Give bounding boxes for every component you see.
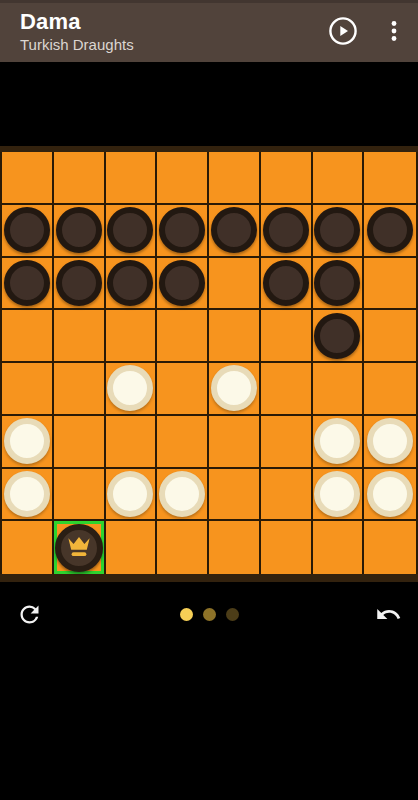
square-d8[interactable] xyxy=(157,152,209,205)
square-b8[interactable] xyxy=(54,152,106,205)
square-f2[interactable] xyxy=(261,469,313,522)
square-g7[interactable] xyxy=(313,205,365,258)
black-man[interactable] xyxy=(107,207,153,253)
square-c1[interactable] xyxy=(106,521,158,574)
square-h1[interactable] xyxy=(364,521,416,574)
play-circle-icon xyxy=(328,16,358,46)
undo-icon xyxy=(375,601,402,628)
square-c4[interactable] xyxy=(106,363,158,416)
square-d2[interactable] xyxy=(157,469,209,522)
square-g4[interactable] xyxy=(313,363,365,416)
black-man[interactable] xyxy=(211,207,257,253)
black-man[interactable] xyxy=(56,260,102,306)
white-man[interactable] xyxy=(367,418,413,464)
app-bar-titles: Dama Turkish Draughts xyxy=(20,9,134,54)
square-b3[interactable] xyxy=(54,416,106,469)
square-a6[interactable] xyxy=(2,258,54,311)
black-man[interactable] xyxy=(4,260,50,306)
black-man[interactable] xyxy=(314,260,360,306)
black-man[interactable] xyxy=(314,313,360,359)
square-e4[interactable] xyxy=(209,363,261,416)
square-d6[interactable] xyxy=(157,258,209,311)
crown-icon xyxy=(66,536,92,560)
square-e8[interactable] xyxy=(209,152,261,205)
square-c7[interactable] xyxy=(106,205,158,258)
black-man[interactable] xyxy=(367,207,413,253)
black-man[interactable] xyxy=(107,260,153,306)
black-man[interactable] xyxy=(159,260,205,306)
square-g2[interactable] xyxy=(313,469,365,522)
square-a5[interactable] xyxy=(2,310,54,363)
square-b2[interactable] xyxy=(54,469,106,522)
square-b4[interactable] xyxy=(54,363,106,416)
black-king[interactable] xyxy=(55,524,103,572)
white-man[interactable] xyxy=(4,418,50,464)
move-pager xyxy=(180,608,239,621)
redo-button[interactable] xyxy=(16,601,43,628)
square-e7[interactable] xyxy=(209,205,261,258)
square-c6[interactable] xyxy=(106,258,158,311)
square-b1[interactable] xyxy=(54,521,106,574)
white-man[interactable] xyxy=(159,471,205,517)
board xyxy=(0,152,418,574)
square-h5[interactable] xyxy=(364,310,416,363)
app-subtitle: Turkish Draughts xyxy=(20,36,134,53)
square-f6[interactable] xyxy=(261,258,313,311)
square-a3[interactable] xyxy=(2,416,54,469)
square-d4[interactable] xyxy=(157,363,209,416)
pager-dot-mid xyxy=(203,608,216,621)
white-man[interactable] xyxy=(211,365,257,411)
play-button[interactable] xyxy=(328,16,358,46)
overflow-menu-icon xyxy=(382,18,406,44)
square-h6[interactable] xyxy=(364,258,416,311)
redo-refresh-icon xyxy=(16,601,43,628)
square-f4[interactable] xyxy=(261,363,313,416)
white-man[interactable] xyxy=(314,418,360,464)
square-d1[interactable] xyxy=(157,521,209,574)
black-man[interactable] xyxy=(4,207,50,253)
square-c2[interactable] xyxy=(106,469,158,522)
square-e2[interactable] xyxy=(209,469,261,522)
white-man[interactable] xyxy=(314,471,360,517)
square-e6[interactable] xyxy=(209,258,261,311)
undo-button[interactable] xyxy=(375,601,402,628)
black-man[interactable] xyxy=(314,207,360,253)
square-f3[interactable] xyxy=(261,416,313,469)
square-b5[interactable] xyxy=(54,310,106,363)
square-g5[interactable] xyxy=(313,310,365,363)
square-f7[interactable] xyxy=(261,205,313,258)
square-b6[interactable] xyxy=(54,258,106,311)
pager-dot-active xyxy=(180,608,193,621)
square-d3[interactable] xyxy=(157,416,209,469)
white-man[interactable] xyxy=(367,471,413,517)
square-a1[interactable] xyxy=(2,521,54,574)
app-bar: Dama Turkish Draughts xyxy=(0,0,418,62)
square-a2[interactable] xyxy=(2,469,54,522)
square-e1[interactable] xyxy=(209,521,261,574)
square-h8[interactable] xyxy=(364,152,416,205)
square-c5[interactable] xyxy=(106,310,158,363)
square-c3[interactable] xyxy=(106,416,158,469)
app-title: Dama xyxy=(20,9,134,34)
square-d7[interactable] xyxy=(157,205,209,258)
square-f1[interactable] xyxy=(261,521,313,574)
square-f5[interactable] xyxy=(261,310,313,363)
square-e3[interactable] xyxy=(209,416,261,469)
square-c8[interactable] xyxy=(106,152,158,205)
white-man[interactable] xyxy=(4,471,50,517)
square-a4[interactable] xyxy=(2,363,54,416)
white-man[interactable] xyxy=(107,365,153,411)
square-a7[interactable] xyxy=(2,205,54,258)
app-screen: Dama Turkish Draughts xyxy=(0,0,418,800)
square-h7[interactable] xyxy=(364,205,416,258)
black-man[interactable] xyxy=(56,207,102,253)
square-g3[interactable] xyxy=(313,416,365,469)
square-h2[interactable] xyxy=(364,469,416,522)
square-e5[interactable] xyxy=(209,310,261,363)
square-g1[interactable] xyxy=(313,521,365,574)
black-man[interactable] xyxy=(263,260,309,306)
app-bar-actions xyxy=(328,16,406,46)
square-b7[interactable] xyxy=(54,205,106,258)
white-man[interactable] xyxy=(107,471,153,517)
overflow-menu-button[interactable] xyxy=(382,18,406,44)
board-frame xyxy=(0,146,418,582)
square-f8[interactable] xyxy=(261,152,313,205)
square-g6[interactable] xyxy=(313,258,365,311)
square-h4[interactable] xyxy=(364,363,416,416)
black-man[interactable] xyxy=(263,207,309,253)
square-h3[interactable] xyxy=(364,416,416,469)
black-man[interactable] xyxy=(159,207,205,253)
square-a8[interactable] xyxy=(2,152,54,205)
square-g8[interactable] xyxy=(313,152,365,205)
bottom-toolbar xyxy=(0,582,418,646)
square-d5[interactable] xyxy=(157,310,209,363)
pager-dot-dim xyxy=(226,608,239,621)
